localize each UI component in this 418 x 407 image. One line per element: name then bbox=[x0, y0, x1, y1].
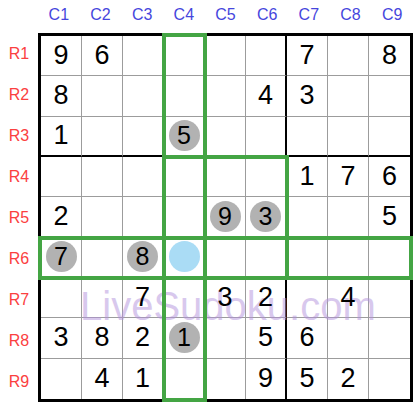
cell-r3c6[interactable] bbox=[246, 117, 287, 157]
digit: 8 bbox=[53, 82, 68, 109]
column-label-c7: C7 bbox=[299, 6, 319, 24]
column-label-c2: C2 bbox=[90, 6, 110, 24]
cell-r1c5[interactable] bbox=[205, 36, 246, 76]
cell-r5c6[interactable]: 3 bbox=[246, 197, 287, 237]
digit: 2 bbox=[53, 203, 68, 230]
digit: 2 bbox=[135, 324, 150, 351]
row-label-r7: R7 bbox=[9, 291, 29, 309]
digit: 7 bbox=[54, 244, 68, 269]
row-labels: R1R2R3R4R5R6R7R8R9 bbox=[0, 33, 38, 402]
digit: 8 bbox=[136, 244, 150, 269]
cell-r5c3[interactable] bbox=[123, 197, 164, 237]
cell-r3c9[interactable] bbox=[369, 117, 410, 157]
cell-r1c1[interactable]: 9 bbox=[41, 36, 82, 76]
cell-r1c8[interactable] bbox=[328, 36, 369, 76]
cell-r9c5[interactable] bbox=[205, 359, 246, 399]
solved-digit-circle: 5 bbox=[169, 120, 200, 151]
digit: 9 bbox=[53, 42, 68, 69]
cell-r9c7[interactable]: 5 bbox=[287, 359, 328, 399]
cell-r4c7[interactable]: 1 bbox=[287, 157, 328, 197]
cell-r6c3[interactable]: 8 bbox=[123, 238, 164, 278]
cell-r4c2[interactable] bbox=[82, 157, 123, 197]
cell-r6c2[interactable] bbox=[82, 238, 123, 278]
cell-r9c9[interactable] bbox=[369, 359, 410, 399]
cell-r4c4[interactable] bbox=[164, 157, 205, 197]
cell-r1c7[interactable]: 7 bbox=[287, 36, 328, 76]
digit: 4 bbox=[258, 82, 273, 109]
digit: 3 bbox=[299, 82, 314, 109]
digit: 5 bbox=[382, 203, 397, 230]
row-label-r1: R1 bbox=[9, 45, 29, 63]
cell-r2c5[interactable] bbox=[205, 76, 246, 116]
column-label-c1: C1 bbox=[49, 6, 69, 24]
column-label-c4: C4 bbox=[174, 6, 194, 24]
digit: 2 bbox=[340, 365, 355, 392]
cell-r1c2[interactable]: 6 bbox=[82, 36, 123, 76]
cell-r5c5[interactable]: 9 bbox=[205, 197, 246, 237]
row-label-r3: R3 bbox=[9, 127, 29, 145]
cell-r2c2[interactable] bbox=[82, 76, 123, 116]
cell-r6c8[interactable] bbox=[328, 238, 369, 278]
cell-r3c2[interactable] bbox=[82, 117, 123, 157]
cell-r5c2[interactable] bbox=[82, 197, 123, 237]
cell-r9c1[interactable] bbox=[41, 359, 82, 399]
cell-r5c1[interactable]: 2 bbox=[41, 197, 82, 237]
cell-r2c8[interactable] bbox=[328, 76, 369, 116]
cell-r2c6[interactable]: 4 bbox=[246, 76, 287, 116]
digit: 7 bbox=[299, 42, 314, 69]
cell-r8c1[interactable]: 3 bbox=[41, 318, 82, 358]
digit: 1 bbox=[299, 163, 314, 190]
sudoku-app: C1C2C3C4C5C6C7C8C9 R1R2R3R4R5R6R7R8R9 Li… bbox=[0, 0, 418, 407]
cell-r3c8[interactable] bbox=[328, 117, 369, 157]
cell-r4c5[interactable] bbox=[205, 157, 246, 197]
cell-r3c3[interactable] bbox=[123, 117, 164, 157]
cell-r2c4[interactable] bbox=[164, 76, 205, 116]
cell-r9c2[interactable]: 4 bbox=[82, 359, 123, 399]
cell-r5c4[interactable] bbox=[164, 197, 205, 237]
cell-r1c9[interactable]: 8 bbox=[369, 36, 410, 76]
digit: 8 bbox=[382, 42, 397, 69]
column-label-c9: C9 bbox=[382, 6, 402, 24]
column-label-c6: C6 bbox=[257, 6, 277, 24]
row-label-r4: R4 bbox=[9, 168, 29, 186]
solved-digit-circle: 3 bbox=[250, 201, 281, 232]
row-label-r8: R8 bbox=[9, 332, 29, 350]
cell-r5c9[interactable]: 5 bbox=[369, 197, 410, 237]
cell-r3c1[interactable]: 1 bbox=[41, 117, 82, 157]
digit: 9 bbox=[218, 204, 232, 229]
cell-r2c9[interactable] bbox=[369, 76, 410, 116]
column-label-c5: C5 bbox=[215, 6, 235, 24]
digit: 1 bbox=[177, 325, 191, 350]
sudoku-board: 967884315176293578732438215641952 bbox=[38, 33, 413, 402]
column-labels: C1C2C3C4C5C6C7C8C9 bbox=[38, 0, 413, 30]
cell-r4c6[interactable] bbox=[246, 157, 287, 197]
cell-r5c8[interactable] bbox=[328, 197, 369, 237]
cell-r2c7[interactable]: 3 bbox=[287, 76, 328, 116]
digit: 4 bbox=[340, 284, 355, 311]
digit: 1 bbox=[53, 122, 68, 149]
cell-r6c9[interactable] bbox=[369, 238, 410, 278]
digit: 5 bbox=[258, 324, 273, 351]
solved-digit-circle: 1 bbox=[169, 322, 200, 353]
row-label-r6: R6 bbox=[9, 250, 29, 268]
digit: 2 bbox=[258, 284, 273, 311]
cell-r9c8[interactable]: 2 bbox=[328, 359, 369, 399]
digit: 1 bbox=[135, 365, 150, 392]
digit: 5 bbox=[177, 123, 191, 148]
cell-r6c1[interactable]: 7 bbox=[41, 238, 82, 278]
cell-r3c5[interactable] bbox=[205, 117, 246, 157]
digit: 4 bbox=[94, 365, 109, 392]
row-label-r2: R2 bbox=[9, 86, 29, 104]
cell-r9c6[interactable]: 9 bbox=[246, 359, 287, 399]
column-label-c3: C3 bbox=[132, 6, 152, 24]
cell-r9c4[interactable] bbox=[164, 359, 205, 399]
solved-digit-circle: 8 bbox=[127, 241, 158, 272]
digit: 6 bbox=[94, 42, 109, 69]
column-label-c8: C8 bbox=[340, 6, 360, 24]
cell-r9c3[interactable]: 1 bbox=[123, 359, 164, 399]
cell-r2c3[interactable] bbox=[123, 76, 164, 116]
row-label-r9: R9 bbox=[9, 373, 29, 391]
cell-r1c3[interactable] bbox=[123, 36, 164, 76]
row-label-r5: R5 bbox=[9, 209, 29, 227]
digit: 3 bbox=[259, 204, 273, 229]
cell-r2c1[interactable]: 8 bbox=[41, 76, 82, 116]
digit: 7 bbox=[135, 284, 150, 311]
cell-r1c6[interactable] bbox=[246, 36, 287, 76]
digit: 3 bbox=[53, 324, 68, 351]
cell-r4c9[interactable]: 6 bbox=[369, 157, 410, 197]
solved-digit-circle: 7 bbox=[46, 241, 77, 272]
cell-r7c1[interactable] bbox=[41, 278, 82, 318]
cell-r6c4[interactable] bbox=[164, 238, 205, 278]
digit: 8 bbox=[94, 324, 109, 351]
solved-digit-circle: 9 bbox=[210, 201, 241, 232]
cell-r4c3[interactable] bbox=[123, 157, 164, 197]
cell-r3c4[interactable]: 5 bbox=[164, 117, 205, 157]
cell-r6c5[interactable] bbox=[205, 238, 246, 278]
cell-r3c7[interactable] bbox=[287, 117, 328, 157]
selected-cell-circle bbox=[169, 241, 200, 272]
digit: 3 bbox=[217, 284, 232, 311]
digit: 5 bbox=[299, 365, 314, 392]
sudoku-grid: 967884315176293578732438215641952 bbox=[41, 36, 410, 399]
digit: 7 bbox=[340, 163, 355, 190]
digit: 6 bbox=[299, 324, 314, 351]
digit: 6 bbox=[382, 163, 397, 190]
cell-r6c7[interactable] bbox=[287, 238, 328, 278]
cell-r4c8[interactable]: 7 bbox=[328, 157, 369, 197]
cell-r4c1[interactable] bbox=[41, 157, 82, 197]
digit: 9 bbox=[258, 365, 273, 392]
cell-r5c7[interactable] bbox=[287, 197, 328, 237]
cell-r1c4[interactable] bbox=[164, 36, 205, 76]
cell-r6c6[interactable] bbox=[246, 238, 287, 278]
